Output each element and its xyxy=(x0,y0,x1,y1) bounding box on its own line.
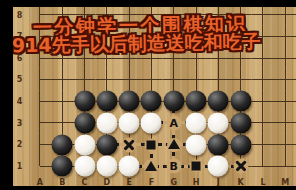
board-point-C5 xyxy=(73,69,95,91)
black-stone xyxy=(186,91,207,112)
board-point-K2 xyxy=(229,134,251,156)
board-point-B2 xyxy=(51,134,73,156)
row-label-1: 1 xyxy=(14,162,25,171)
row-label-3: 3 xyxy=(14,119,25,128)
board-point-D4 xyxy=(96,91,118,113)
board-point-H2 xyxy=(185,134,207,156)
black-stone xyxy=(208,134,229,155)
board-point-M4 xyxy=(274,91,296,113)
letterbox-top xyxy=(0,0,296,7)
black-stone xyxy=(208,91,229,112)
white-stone xyxy=(208,156,229,177)
board-point-D2 xyxy=(96,134,118,156)
board-point-E4 xyxy=(118,91,140,113)
board-point-E5 xyxy=(118,69,140,91)
board-point-L8 xyxy=(252,4,274,26)
row-label-8: 8 xyxy=(14,11,25,20)
board-point-A2 xyxy=(29,134,51,156)
board-point-H5 xyxy=(185,69,207,91)
board-point-J3 xyxy=(207,112,229,134)
marker-letter-A: A xyxy=(166,115,181,130)
banner-line-2: 914先手以后制造送吃和吃子 xyxy=(12,29,261,59)
row-label-2: 2 xyxy=(14,140,25,149)
board-point-G4 xyxy=(163,91,185,113)
white-stone xyxy=(119,112,140,133)
board-point-E3 xyxy=(118,112,140,134)
black-stone xyxy=(230,91,251,112)
white-stone xyxy=(119,156,140,177)
black-stone xyxy=(230,112,251,133)
board-point-B5 xyxy=(51,69,73,91)
black-stone xyxy=(141,91,162,112)
board-point-H4 xyxy=(185,91,207,113)
board-point-M2 xyxy=(274,134,296,156)
board-point-K1 xyxy=(229,155,251,177)
board-point-L2 xyxy=(252,134,274,156)
board-point-M8 xyxy=(274,4,296,26)
board-point-F4 xyxy=(140,91,162,113)
board-point-L3 xyxy=(252,112,274,134)
board-point-K3 xyxy=(229,112,251,134)
board-point-J5 xyxy=(207,69,229,91)
board-point-C2 xyxy=(73,134,95,156)
board-point-C1 xyxy=(73,155,95,177)
board-point-F3 xyxy=(140,112,162,134)
board-point-F5 xyxy=(140,69,162,91)
marker-square xyxy=(190,160,203,173)
board-point-J2 xyxy=(207,134,229,156)
board-point-M7 xyxy=(274,26,296,48)
video-frame: AB ABCDEFGHJKLM87654321 一分钟学一个围棋知识 914先手… xyxy=(0,0,296,190)
black-stone xyxy=(163,91,184,112)
board-point-L4 xyxy=(252,91,274,113)
board-point-M6 xyxy=(274,47,296,69)
board-point-H3 xyxy=(185,112,207,134)
black-stone xyxy=(96,134,117,155)
white-stone xyxy=(208,112,229,133)
letterbox-bottom xyxy=(0,186,296,190)
board-point-A4 xyxy=(29,91,51,113)
white-stone xyxy=(186,134,207,155)
board-point-J1 xyxy=(207,155,229,177)
black-stone xyxy=(96,91,117,112)
marker-triangle xyxy=(167,138,181,152)
board-point-D1 xyxy=(96,155,118,177)
board-point-K4 xyxy=(229,91,251,113)
board-point-L1 xyxy=(252,155,274,177)
white-stone xyxy=(74,134,95,155)
board-point-M1 xyxy=(274,155,296,177)
board-point-C4 xyxy=(73,91,95,113)
board-point-J4 xyxy=(207,91,229,113)
board-point-A3 xyxy=(29,112,51,134)
row-label-5: 5 xyxy=(14,75,25,84)
board-point-B4 xyxy=(51,91,73,113)
board-point-B1 xyxy=(51,155,73,177)
letterbox-left xyxy=(0,0,13,190)
white-stone xyxy=(186,112,207,133)
black-stone xyxy=(74,112,95,133)
board-point-C3 xyxy=(73,112,95,134)
row-label-4: 4 xyxy=(14,97,25,106)
marker-square xyxy=(145,138,158,151)
black-stone xyxy=(52,134,73,155)
marker-x xyxy=(233,159,248,174)
white-stone xyxy=(96,112,117,133)
white-stone xyxy=(141,112,162,133)
board-point-L5 xyxy=(252,69,274,91)
board-point-E1 xyxy=(118,155,140,177)
black-stone xyxy=(74,91,95,112)
marker-triangle xyxy=(144,159,158,173)
board-point-M3 xyxy=(274,112,296,134)
black-stone xyxy=(230,134,251,155)
board-point-D3 xyxy=(96,112,118,134)
black-stone xyxy=(119,91,140,112)
black-stone xyxy=(52,156,73,177)
marker-letter-B: B xyxy=(166,159,181,174)
board-point-K5 xyxy=(229,69,251,91)
white-stone xyxy=(74,156,95,177)
board-point-M5 xyxy=(274,69,296,91)
marker-x xyxy=(122,137,137,152)
white-stone xyxy=(96,156,117,177)
board-point-B3 xyxy=(51,112,73,134)
board-point-D5 xyxy=(96,69,118,91)
board-point-G5 xyxy=(163,69,185,91)
board-point-A5 xyxy=(29,69,51,91)
board-point-A1 xyxy=(29,155,51,177)
